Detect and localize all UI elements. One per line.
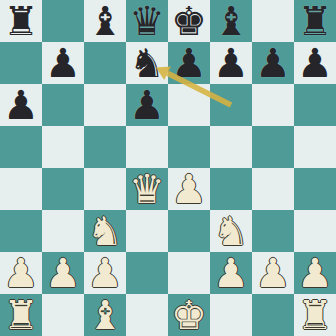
- square-a6[interactable]: ♟: [0, 84, 42, 126]
- square-f2[interactable]: ♟: [210, 252, 252, 294]
- square-b5[interactable]: [42, 126, 84, 168]
- square-e7[interactable]: ♟: [168, 42, 210, 84]
- square-c5[interactable]: [84, 126, 126, 168]
- square-a1[interactable]: ♜: [0, 294, 42, 336]
- square-c2[interactable]: ♟: [84, 252, 126, 294]
- black-rook-h8[interactable]: ♜: [297, 0, 333, 42]
- square-e4[interactable]: ♟: [168, 168, 210, 210]
- square-h3[interactable]: [294, 210, 336, 252]
- square-d2[interactable]: [126, 252, 168, 294]
- square-b8[interactable]: [42, 0, 84, 42]
- square-b7[interactable]: ♟: [42, 42, 84, 84]
- black-queen-d8[interactable]: ♛: [129, 0, 165, 42]
- square-h7[interactable]: ♟: [294, 42, 336, 84]
- square-d6[interactable]: ♟: [126, 84, 168, 126]
- white-pawn-f2[interactable]: ♟: [213, 252, 249, 294]
- white-pawn-c2[interactable]: ♟: [87, 252, 123, 294]
- black-pawn-h7[interactable]: ♟: [297, 42, 333, 84]
- square-d5[interactable]: [126, 126, 168, 168]
- square-f3[interactable]: ♞: [210, 210, 252, 252]
- black-rook-a8[interactable]: ♜: [3, 0, 39, 42]
- square-d8[interactable]: ♛: [126, 0, 168, 42]
- square-a8[interactable]: ♜: [0, 0, 42, 42]
- square-a7[interactable]: [0, 42, 42, 84]
- black-pawn-e7[interactable]: ♟: [171, 42, 207, 84]
- square-b6[interactable]: [42, 84, 84, 126]
- black-bishop-f8[interactable]: ♝: [213, 0, 249, 42]
- square-g6[interactable]: [252, 84, 294, 126]
- chess-board: ♜♝♛♚♝♜♟♞♟♟♟♟♟♟♛♟♞♞♟♟♟♟♟♟♜♝♚♜: [0, 0, 336, 336]
- black-pawn-g7[interactable]: ♟: [255, 42, 291, 84]
- black-pawn-b7[interactable]: ♟: [45, 42, 81, 84]
- square-c3[interactable]: ♞: [84, 210, 126, 252]
- square-e2[interactable]: [168, 252, 210, 294]
- black-pawn-d6[interactable]: ♟: [129, 84, 165, 126]
- square-c7[interactable]: [84, 42, 126, 84]
- square-g4[interactable]: [252, 168, 294, 210]
- square-b3[interactable]: [42, 210, 84, 252]
- square-a2[interactable]: ♟: [0, 252, 42, 294]
- square-f5[interactable]: [210, 126, 252, 168]
- white-knight-c3[interactable]: ♞: [87, 210, 123, 252]
- square-h6[interactable]: [294, 84, 336, 126]
- square-h8[interactable]: ♜: [294, 0, 336, 42]
- black-king-e8[interactable]: ♚: [171, 0, 207, 42]
- square-d4[interactable]: ♛: [126, 168, 168, 210]
- square-a5[interactable]: [0, 126, 42, 168]
- white-pawn-g2[interactable]: ♟: [255, 252, 291, 294]
- white-knight-f3[interactable]: ♞: [213, 210, 249, 252]
- black-pawn-a6[interactable]: ♟: [3, 84, 39, 126]
- square-h2[interactable]: ♟: [294, 252, 336, 294]
- square-f7[interactable]: ♟: [210, 42, 252, 84]
- square-e1[interactable]: ♚: [168, 294, 210, 336]
- square-a4[interactable]: [0, 168, 42, 210]
- square-h4[interactable]: [294, 168, 336, 210]
- square-b2[interactable]: ♟: [42, 252, 84, 294]
- square-d7[interactable]: ♞: [126, 42, 168, 84]
- white-pawn-h2[interactable]: ♟: [297, 252, 333, 294]
- square-c1[interactable]: ♝: [84, 294, 126, 336]
- square-g7[interactable]: ♟: [252, 42, 294, 84]
- square-a3[interactable]: [0, 210, 42, 252]
- white-rook-a1[interactable]: ♜: [3, 294, 39, 336]
- black-bishop-c8[interactable]: ♝: [87, 0, 123, 42]
- square-g8[interactable]: [252, 0, 294, 42]
- square-g5[interactable]: [252, 126, 294, 168]
- square-f4[interactable]: [210, 168, 252, 210]
- white-bishop-c1[interactable]: ♝: [87, 294, 123, 336]
- white-pawn-b2[interactable]: ♟: [45, 252, 81, 294]
- black-knight-d7[interactable]: ♞: [129, 42, 165, 84]
- square-c8[interactable]: ♝: [84, 0, 126, 42]
- white-queen-d4[interactable]: ♛: [129, 168, 165, 210]
- square-h5[interactable]: [294, 126, 336, 168]
- square-f6[interactable]: [210, 84, 252, 126]
- square-e8[interactable]: ♚: [168, 0, 210, 42]
- white-rook-h1[interactable]: ♜: [297, 294, 333, 336]
- square-d1[interactable]: [126, 294, 168, 336]
- square-e3[interactable]: [168, 210, 210, 252]
- square-c4[interactable]: [84, 168, 126, 210]
- white-pawn-e4[interactable]: ♟: [171, 168, 207, 210]
- square-d3[interactable]: [126, 210, 168, 252]
- white-king-e1[interactable]: ♚: [171, 294, 207, 336]
- square-h1[interactable]: ♜: [294, 294, 336, 336]
- square-b1[interactable]: [42, 294, 84, 336]
- square-e6[interactable]: [168, 84, 210, 126]
- square-b4[interactable]: [42, 168, 84, 210]
- square-c6[interactable]: [84, 84, 126, 126]
- white-pawn-a2[interactable]: ♟: [3, 252, 39, 294]
- square-f8[interactable]: ♝: [210, 0, 252, 42]
- square-f1[interactable]: [210, 294, 252, 336]
- square-g1[interactable]: [252, 294, 294, 336]
- square-g3[interactable]: [252, 210, 294, 252]
- square-g2[interactable]: ♟: [252, 252, 294, 294]
- square-e5[interactable]: [168, 126, 210, 168]
- black-pawn-f7[interactable]: ♟: [213, 42, 249, 84]
